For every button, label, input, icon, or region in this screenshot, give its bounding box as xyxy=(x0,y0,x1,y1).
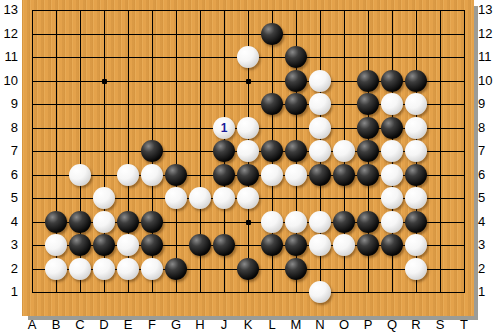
white-stone[interactable] xyxy=(381,93,403,115)
grid-line-vertical xyxy=(440,10,441,293)
white-stone[interactable] xyxy=(261,211,283,233)
col-label: M xyxy=(287,318,305,332)
white-stone[interactable] xyxy=(405,117,427,139)
white-stone[interactable] xyxy=(285,211,307,233)
col-label: T xyxy=(455,318,473,332)
row-label: 1 xyxy=(0,284,18,300)
col-label: B xyxy=(47,318,65,332)
white-stone[interactable] xyxy=(309,93,331,115)
row-label: 9 xyxy=(0,96,18,112)
black-stone[interactable] xyxy=(261,23,283,45)
white-stone[interactable] xyxy=(309,117,331,139)
white-stone[interactable] xyxy=(405,234,427,256)
star-point xyxy=(102,79,107,84)
col-label: E xyxy=(119,318,137,332)
row-label: 10 xyxy=(478,73,496,89)
black-stone[interactable] xyxy=(237,164,259,186)
row-label: 11 xyxy=(478,49,496,65)
row-label: 5 xyxy=(0,190,18,206)
white-stone[interactable] xyxy=(237,117,259,139)
black-stone[interactable] xyxy=(381,70,403,92)
col-label: O xyxy=(335,318,353,332)
goban[interactable]: 1 xyxy=(22,0,474,316)
white-stone[interactable] xyxy=(213,187,235,209)
black-stone[interactable] xyxy=(213,140,235,162)
black-stone[interactable] xyxy=(285,46,307,68)
row-label: 12 xyxy=(0,26,18,42)
row-label: 13 xyxy=(478,2,496,18)
col-label: F xyxy=(143,318,161,332)
grid-line-vertical xyxy=(464,10,465,293)
black-stone[interactable] xyxy=(285,258,307,280)
col-label: K xyxy=(239,318,257,332)
black-stone[interactable] xyxy=(405,164,427,186)
white-stone[interactable] xyxy=(309,211,331,233)
star-point xyxy=(246,79,251,84)
black-stone[interactable] xyxy=(357,211,379,233)
white-stone[interactable] xyxy=(117,164,139,186)
black-stone[interactable] xyxy=(285,234,307,256)
black-stone[interactable] xyxy=(333,164,355,186)
black-stone[interactable] xyxy=(141,234,163,256)
col-label: G xyxy=(167,318,185,332)
white-stone[interactable] xyxy=(381,164,403,186)
black-stone[interactable] xyxy=(357,234,379,256)
white-stone[interactable] xyxy=(117,234,139,256)
black-stone[interactable] xyxy=(165,164,187,186)
white-stone[interactable] xyxy=(405,258,427,280)
col-label: D xyxy=(95,318,113,332)
black-stone[interactable] xyxy=(141,140,163,162)
black-stone[interactable] xyxy=(93,234,115,256)
col-label: L xyxy=(263,318,281,332)
white-stone[interactable] xyxy=(261,164,283,186)
row-label: 8 xyxy=(0,120,18,136)
row-label: 13 xyxy=(0,2,18,18)
black-stone[interactable] xyxy=(357,70,379,92)
white-stone[interactable] xyxy=(381,211,403,233)
black-stone[interactable] xyxy=(45,211,67,233)
white-stone[interactable]: 1 xyxy=(213,117,235,139)
row-label: 2 xyxy=(478,261,496,277)
white-stone[interactable] xyxy=(69,258,91,280)
white-stone[interactable] xyxy=(237,46,259,68)
white-stone[interactable] xyxy=(309,140,331,162)
white-stone[interactable] xyxy=(141,258,163,280)
move-number-label: 1 xyxy=(213,117,235,139)
row-label: 3 xyxy=(0,237,18,253)
grid-line-vertical xyxy=(176,10,177,293)
white-stone[interactable] xyxy=(69,164,91,186)
white-stone[interactable] xyxy=(405,187,427,209)
row-label: 6 xyxy=(478,167,496,183)
row-label: 11 xyxy=(0,49,18,65)
grid-line-vertical xyxy=(32,10,33,293)
col-label: A xyxy=(23,318,41,332)
black-stone[interactable] xyxy=(69,234,91,256)
col-label: P xyxy=(359,318,377,332)
white-stone[interactable] xyxy=(333,140,355,162)
white-stone[interactable] xyxy=(333,234,355,256)
white-stone[interactable] xyxy=(45,258,67,280)
col-label: J xyxy=(215,318,233,332)
row-label: 7 xyxy=(478,143,496,159)
row-label: 6 xyxy=(0,167,18,183)
star-point xyxy=(246,220,251,225)
black-stone[interactable] xyxy=(141,211,163,233)
white-stone[interactable] xyxy=(93,258,115,280)
black-stone[interactable] xyxy=(357,93,379,115)
col-label: H xyxy=(191,318,209,332)
black-stone[interactable] xyxy=(285,140,307,162)
black-stone[interactable] xyxy=(213,164,235,186)
row-label: 7 xyxy=(0,143,18,159)
col-label: S xyxy=(431,318,449,332)
black-stone[interactable] xyxy=(357,140,379,162)
white-stone[interactable] xyxy=(141,164,163,186)
black-stone[interactable] xyxy=(189,234,211,256)
white-stone[interactable] xyxy=(309,234,331,256)
white-stone[interactable] xyxy=(309,70,331,92)
white-stone[interactable] xyxy=(405,140,427,162)
white-stone[interactable] xyxy=(381,187,403,209)
black-stone[interactable] xyxy=(381,234,403,256)
black-stone[interactable] xyxy=(357,164,379,186)
black-stone[interactable] xyxy=(261,93,283,115)
white-stone[interactable] xyxy=(237,187,259,209)
white-stone[interactable] xyxy=(45,234,67,256)
white-stone[interactable] xyxy=(93,187,115,209)
row-label: 9 xyxy=(478,96,496,112)
white-stone[interactable] xyxy=(117,258,139,280)
row-label: 8 xyxy=(478,120,496,136)
white-stone[interactable] xyxy=(381,140,403,162)
white-stone[interactable] xyxy=(189,187,211,209)
row-label: 3 xyxy=(478,237,496,253)
white-stone[interactable] xyxy=(309,281,331,303)
col-label: N xyxy=(311,318,329,332)
black-stone[interactable] xyxy=(117,211,139,233)
col-label: Q xyxy=(383,318,401,332)
white-stone[interactable] xyxy=(405,93,427,115)
row-label: 2 xyxy=(0,261,18,277)
black-stone[interactable] xyxy=(333,211,355,233)
black-stone[interactable] xyxy=(381,117,403,139)
row-label: 1 xyxy=(478,284,496,300)
black-stone[interactable] xyxy=(237,258,259,280)
black-stone[interactable] xyxy=(285,70,307,92)
black-stone[interactable] xyxy=(261,234,283,256)
row-label: 10 xyxy=(0,73,18,89)
col-label: R xyxy=(407,318,425,332)
black-stone[interactable] xyxy=(165,258,187,280)
black-stone[interactable] xyxy=(405,70,427,92)
black-stone[interactable] xyxy=(69,211,91,233)
black-stone[interactable] xyxy=(405,211,427,233)
white-stone[interactable] xyxy=(93,211,115,233)
black-stone[interactable] xyxy=(285,93,307,115)
white-stone[interactable] xyxy=(237,140,259,162)
row-label: 5 xyxy=(478,190,496,206)
black-stone[interactable] xyxy=(357,117,379,139)
black-stone[interactable] xyxy=(261,140,283,162)
go-board-diagram: 1 13121110987654321 13121110987654321 AB… xyxy=(0,0,500,332)
row-label: 4 xyxy=(0,214,18,230)
white-stone[interactable] xyxy=(285,164,307,186)
col-label: C xyxy=(71,318,89,332)
black-stone[interactable] xyxy=(213,234,235,256)
white-stone[interactable] xyxy=(165,187,187,209)
black-stone[interactable] xyxy=(309,164,331,186)
row-label: 4 xyxy=(478,214,496,230)
row-label: 12 xyxy=(478,26,496,42)
